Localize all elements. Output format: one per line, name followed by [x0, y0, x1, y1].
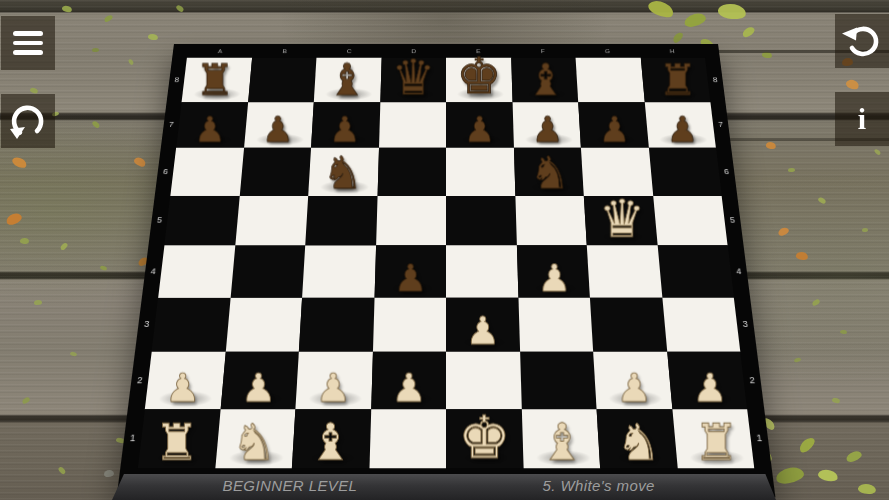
- piece-black-pawn-c7[interactable]: ♟: [311, 112, 378, 147]
- square-f3[interactable]: [518, 297, 593, 351]
- piece-white-pawn-f4[interactable]: ♟: [518, 259, 590, 297]
- square-c8[interactable]: ♝: [314, 58, 381, 102]
- piece-white-pawn-c2[interactable]: ♟: [296, 368, 371, 407]
- piece-black-pawn-b7[interactable]: ♟: [244, 112, 311, 147]
- square-h3[interactable]: [662, 297, 740, 351]
- square-h2[interactable]: ♟: [667, 352, 747, 409]
- square-g2[interactable]: ♟: [593, 352, 672, 409]
- square-a1[interactable]: ♜: [138, 409, 220, 469]
- square-b8[interactable]: [248, 58, 317, 102]
- square-h7[interactable]: ♟: [644, 102, 716, 148]
- square-b1[interactable]: ♞: [215, 409, 296, 469]
- square-f1[interactable]: ♝: [521, 409, 600, 469]
- square-h1[interactable]: ♜: [672, 409, 754, 469]
- chess-board[interactable]: ABCDEFGH8♜♝♛♚♝♜87♟♟♟♟♟♟♟76♞♞65♛54♟♟43♟32…: [117, 44, 776, 497]
- rank-label-left-3: 3: [135, 297, 158, 351]
- info-icon: i: [858, 104, 866, 134]
- square-g7[interactable]: ♟: [578, 102, 648, 148]
- rank-label-left-4: 4: [142, 245, 165, 297]
- square-f6[interactable]: ♞: [513, 148, 583, 196]
- square-c1[interactable]: ♝: [292, 409, 371, 469]
- square-g3[interactable]: [590, 297, 667, 351]
- square-e8[interactable]: ♚: [446, 58, 512, 102]
- square-d3[interactable]: [372, 297, 446, 351]
- file-label-top-b: B: [252, 44, 318, 58]
- piece-white-pawn-g2[interactable]: ♟: [596, 368, 671, 407]
- square-c5[interactable]: [305, 195, 377, 245]
- square-d2[interactable]: ♟: [371, 352, 446, 409]
- square-b5[interactable]: [235, 195, 308, 245]
- piece-white-knight-g1[interactable]: ♞: [600, 417, 677, 467]
- piece-black-bishop-c8[interactable]: ♝: [314, 57, 380, 101]
- square-g4[interactable]: [587, 245, 662, 297]
- piece-white-pawn-a2[interactable]: ♟: [145, 368, 220, 407]
- piece-black-pawn-g7[interactable]: ♟: [581, 112, 648, 147]
- status-bar: BEGINNER LEVEL 5. White's move: [112, 474, 776, 500]
- piece-black-pawn-e7[interactable]: ♟: [446, 112, 513, 147]
- piece-black-knight-c6[interactable]: ♞: [308, 150, 377, 195]
- level-label: BEGINNER LEVEL: [223, 477, 358, 494]
- square-f7[interactable]: ♟: [512, 102, 581, 148]
- square-d5[interactable]: [376, 195, 446, 245]
- square-c6[interactable]: ♞: [308, 148, 378, 196]
- piece-black-bishop-f8[interactable]: ♝: [512, 57, 578, 101]
- rank-label-right-4: 4: [728, 245, 751, 297]
- piece-black-pawn-f7[interactable]: ♟: [513, 112, 580, 147]
- square-c3[interactable]: [299, 297, 374, 351]
- info-button[interactable]: i: [835, 92, 889, 146]
- square-a2[interactable]: ♟: [145, 352, 225, 409]
- square-e4[interactable]: [446, 245, 518, 297]
- square-c2[interactable]: ♟: [295, 352, 372, 409]
- square-c4[interactable]: [302, 245, 376, 297]
- piece-white-pawn-d2[interactable]: ♟: [371, 368, 446, 407]
- piece-black-queen-d8[interactable]: ♛: [380, 52, 446, 101]
- square-d8[interactable]: ♛: [380, 58, 446, 102]
- rotate-board-button[interactable]: [1, 94, 55, 148]
- board-scene: ABCDEFGH8♜♝♛♚♝♜87♟♟♟♟♟♟♟76♞♞65♛54♟♟43♟32…: [0, 0, 889, 500]
- piece-white-pawn-h2[interactable]: ♟: [672, 368, 747, 407]
- menu-button[interactable]: [1, 16, 55, 70]
- rank-label-right-3: 3: [734, 297, 757, 351]
- move-indicator: 5. White's move: [543, 477, 655, 494]
- square-d6[interactable]: [377, 148, 446, 196]
- square-a5[interactable]: [164, 195, 239, 245]
- square-b4[interactable]: [230, 245, 305, 297]
- file-label-top-g: G: [575, 44, 641, 58]
- square-a6[interactable]: [170, 148, 243, 196]
- square-d4[interactable]: ♟: [374, 245, 446, 297]
- square-a7[interactable]: ♟: [176, 102, 248, 148]
- square-f2[interactable]: [520, 352, 597, 409]
- square-g8[interactable]: [576, 58, 645, 102]
- square-e3[interactable]: ♟: [446, 297, 520, 351]
- piece-black-knight-f6[interactable]: ♞: [515, 150, 584, 195]
- rotate-icon: [8, 101, 48, 141]
- piece-black-rook-h8[interactable]: ♜: [644, 58, 710, 101]
- piece-black-pawn-a7[interactable]: ♟: [176, 112, 243, 147]
- square-h6[interactable]: [648, 148, 721, 196]
- piece-white-bishop-f1[interactable]: ♝: [523, 416, 600, 467]
- piece-white-queen-g5[interactable]: ♛: [587, 193, 657, 245]
- undo-button[interactable]: [835, 14, 889, 68]
- piece-black-pawn-d4[interactable]: ♟: [374, 259, 446, 297]
- square-e1[interactable]: ♚: [446, 409, 523, 469]
- square-a3[interactable]: [152, 297, 230, 351]
- square-b3[interactable]: [225, 297, 302, 351]
- square-c7[interactable]: ♟: [311, 102, 380, 148]
- piece-white-rook-a1[interactable]: ♜: [138, 417, 215, 467]
- square-g5[interactable]: ♛: [584, 195, 657, 245]
- square-h4[interactable]: [657, 245, 734, 297]
- square-a4[interactable]: [158, 245, 235, 297]
- piece-black-king-e8[interactable]: ♚: [446, 51, 512, 102]
- square-e7[interactable]: ♟: [446, 102, 513, 148]
- square-h8[interactable]: ♜: [640, 58, 710, 102]
- square-g1[interactable]: ♞: [597, 409, 678, 469]
- piece-black-rook-a8[interactable]: ♜: [182, 58, 248, 101]
- square-b7[interactable]: ♟: [244, 102, 314, 148]
- square-d1[interactable]: [369, 409, 446, 469]
- frame-corner: [703, 44, 719, 58]
- piece-white-rook-h1[interactable]: ♜: [677, 417, 754, 467]
- square-e6[interactable]: [446, 148, 515, 196]
- square-a8[interactable]: ♜: [182, 58, 252, 102]
- square-f5[interactable]: [515, 195, 587, 245]
- square-d7[interactable]: [379, 102, 446, 148]
- piece-white-pawn-e3[interactable]: ♟: [446, 312, 520, 351]
- piece-white-pawn-b2[interactable]: ♟: [220, 368, 295, 407]
- square-e5[interactable]: [446, 195, 516, 245]
- square-h5[interactable]: [653, 195, 728, 245]
- piece-white-knight-b1[interactable]: ♞: [215, 417, 292, 467]
- piece-black-pawn-h7[interactable]: ♟: [648, 112, 715, 147]
- square-f4[interactable]: ♟: [516, 245, 590, 297]
- square-b2[interactable]: ♟: [220, 352, 299, 409]
- undo-arrow-icon: [841, 21, 883, 61]
- square-e2[interactable]: [446, 352, 521, 409]
- piece-white-king-e1[interactable]: ♚: [446, 408, 523, 467]
- hamburger-icon: [13, 31, 43, 55]
- square-f8[interactable]: ♝: [511, 58, 578, 102]
- piece-white-bishop-c1[interactable]: ♝: [292, 416, 369, 467]
- square-b6[interactable]: [239, 148, 311, 196]
